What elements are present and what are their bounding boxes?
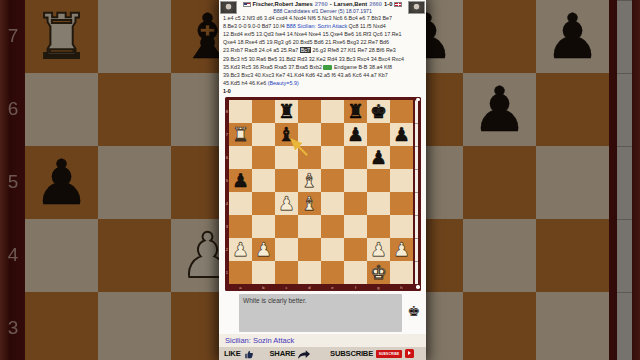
comment-section: White is clearly better. ♚	[219, 291, 426, 334]
square-a6	[229, 146, 252, 169]
move-line: Qxe4 18.Rxe4 d5 19.Rg3 g6 20.Bxd5 Bd6 21…	[223, 38, 424, 46]
square-g3	[367, 215, 390, 238]
square-f5	[344, 169, 367, 192]
square-g2: ♟	[367, 238, 390, 261]
piece-bP-f7: ♟	[347, 125, 364, 144]
square-c1	[275, 261, 298, 284]
rank-label-8: 8	[225, 100, 229, 123]
evaluation-bar	[415, 100, 418, 284]
square-b5	[252, 169, 275, 192]
move-text: (Beauty=5.9)	[268, 80, 299, 86]
square-h3	[390, 215, 413, 238]
move-list: 1.e4 c5 2.Nf3 d6 3.d4 cxd4 4.Nxd4 Nf6 5.…	[223, 14, 424, 97]
square-b6	[252, 146, 275, 169]
cta-bar: LIKE SHARE SUBSCRIBE SUBSCRIBE	[219, 347, 426, 360]
move-text: 23.Rxb7 Rac8 24.c4 a5 25.Ra7	[223, 47, 300, 53]
subscribe-button[interactable]: SUBSCRIBE	[376, 350, 402, 358]
square-e8	[321, 100, 344, 123]
eval-bar-top-dot	[416, 98, 419, 101]
piece-wB-d4: ♝	[301, 194, 318, 213]
move-line: 39.Bc3 Bxc3 40.Kxc3 Ke7 41.Kd4 Kd6 42.a5…	[223, 71, 424, 79]
square-d3	[298, 215, 321, 238]
file-label-f: f	[344, 285, 367, 291]
youtube-icon[interactable]	[405, 349, 414, 358]
piece-bR-f8: ♜	[347, 102, 364, 121]
square-h7: ♟	[390, 123, 413, 146]
move-line: 1.e4 c5 2.Nf3 d6 3.d4 cxd4 4.Nxd4 Nf6 5.…	[223, 14, 424, 22]
rank-label-4: 4	[225, 192, 229, 215]
file-label-h: h	[390, 285, 413, 291]
game-header: Fischer,Robert James 2760 - Larsen,Bent …	[219, 0, 426, 13]
file-label-g: g	[367, 285, 390, 291]
move-line: 8.Be3 0-0 9.0-0 Bd7 10.f4 B88 Sicilian: …	[223, 22, 424, 30]
file-label-c: c	[275, 285, 298, 291]
black-king-icon: ♚	[407, 304, 420, 318]
chessboard-grid: ♜♜♚♜♝♟♟♟♟♝♟♝♟♟♟♟♚	[229, 100, 413, 284]
square-d5: ♝	[298, 169, 321, 192]
file-label-b: b	[252, 285, 275, 291]
move-text: 8.Be3 0-0 9.0-0 Bd7 10.f4	[223, 23, 286, 29]
square-d8	[298, 100, 321, 123]
players-line: Fischer,Robert James 2760 - Larsen,Bent …	[236, 1, 409, 7]
piece-wP-c4: ♟	[278, 194, 295, 213]
square-d1	[298, 261, 321, 284]
rank-label-3: 3	[225, 215, 229, 238]
file-label-d: d	[298, 285, 321, 291]
piece-bB-c7: ♝	[278, 125, 295, 144]
file-label-a: a	[229, 285, 252, 291]
square-e4	[321, 192, 344, 215]
square-f2	[344, 238, 367, 261]
move-line: 23.Rxb7 Rac8 24.c4 a5 25.Ra7 Bc7 26.g3 R…	[223, 46, 424, 54]
square-c5	[275, 169, 298, 192]
square-h6	[390, 146, 413, 169]
square-c7: ♝	[275, 123, 298, 146]
square-b2: ♟	[252, 238, 275, 261]
usa-flag-icon	[243, 2, 251, 7]
piece-wB-d5: ♝	[301, 171, 318, 190]
move-line: 12.Bxd4 exf5 13.Qd3 fxe4 14.Nxe4 Nxe4 15…	[223, 30, 424, 38]
square-e1	[321, 261, 344, 284]
square-f8: ♜	[344, 100, 367, 123]
move-text: Qxe4 18.Rxe4 d5 19.Rg3 g6 20.Bxd5 Bd6 21…	[223, 39, 389, 45]
subscribe-label[interactable]: SUBSCRIBE	[330, 349, 373, 358]
share-button[interactable]: SHARE	[270, 349, 296, 358]
chessboard: ♜♜♚♜♝♟♟♟♟♝♟♝♟♟♟♟♚ 87654321 abcdefgh	[225, 97, 421, 291]
piece-wK-g1: ♚	[370, 263, 387, 282]
square-c4: ♟	[275, 192, 298, 215]
square-g7	[367, 123, 390, 146]
move-text: 35.Kd3 Rc5 36.Rxa5 Rxa5 37.Bxa5 Bxb2	[223, 64, 323, 70]
players-separator: -	[330, 1, 332, 7]
piece-bK-g8: ♚	[370, 102, 387, 121]
move-line: 45.Kd5 h4 46.Ke6 (Beauty=5.9)	[223, 79, 424, 87]
square-a4	[229, 192, 252, 215]
square-g4	[367, 192, 390, 215]
game-result: 1-0	[384, 1, 392, 7]
square-h1	[390, 261, 413, 284]
square-b4	[252, 192, 275, 215]
square-h5	[390, 169, 413, 192]
square-e6	[321, 146, 344, 169]
square-c8: ♜	[275, 100, 298, 123]
move-text: 26.g3 Rfe8 27.Kf1 Re7 28.Bf6 Re3	[311, 47, 396, 53]
square-b3	[252, 215, 275, 238]
denmark-flag-icon	[394, 2, 402, 7]
square-h4	[390, 192, 413, 215]
square-f6	[344, 146, 367, 169]
file-label-e: e	[321, 285, 344, 291]
square-a7: ♜	[229, 123, 252, 146]
white-player-photo	[220, 1, 237, 14]
piece-wP-g2: ♟	[370, 240, 387, 259]
square-c6	[275, 146, 298, 169]
piece-bP-h7: ♟	[393, 125, 410, 144]
move-line: 1-0	[223, 87, 424, 95]
piece-wP-a2: ♟	[232, 240, 249, 259]
like-button[interactable]: LIKE	[224, 349, 241, 358]
square-a1	[229, 261, 252, 284]
move-text: Endgame B-B 38.a4 Kf8	[332, 64, 392, 70]
square-a5: ♟	[229, 169, 252, 192]
square-e5	[321, 169, 344, 192]
square-f7: ♟	[344, 123, 367, 146]
square-b8	[252, 100, 275, 123]
move-text: 12.Bxd4 exf5 13.Qd3 fxe4 14.Nxe4 Nxe4 15…	[223, 31, 402, 37]
move-text: 45.Kd5 h4 46.Ke6	[223, 80, 268, 86]
black-player-elo: 2660	[369, 1, 382, 7]
move-text: B88 Sicilian: Sozin Attack	[286, 23, 347, 29]
rank-label-5: 5	[225, 169, 229, 192]
move-text: 1.e4 c5 2.Nf3 d6 3.d4 cxd4 4.Nxd4 Nf6 5.…	[223, 15, 392, 21]
square-e2	[321, 238, 344, 261]
move-line: 35.Kd3 Rc5 36.Rxa5 Rxa5 37.Bxa5 Bxb2 End…	[223, 63, 424, 71]
square-b1	[252, 261, 275, 284]
square-g6: ♟	[367, 146, 390, 169]
black-player-name: Larsen,Bent	[334, 1, 368, 7]
square-e7	[321, 123, 344, 146]
square-g5	[367, 169, 390, 192]
piece-wP-b2: ♟	[255, 240, 272, 259]
comment-box: White is clearly better.	[239, 294, 402, 332]
rank-label-7: 7	[225, 123, 229, 146]
eval-bar-bottom-dot	[416, 285, 419, 288]
square-d2	[298, 238, 321, 261]
square-c2	[275, 238, 298, 261]
square-f4	[344, 192, 367, 215]
square-g1: ♚	[367, 261, 390, 284]
thumbs-up-icon[interactable]	[244, 345, 254, 360]
piece-bR-c8: ♜	[278, 102, 295, 121]
content-panel: Fischer,Robert James 2760 - Larsen,Bent …	[219, 0, 426, 360]
square-a3	[229, 215, 252, 238]
piece-bP-a5: ♟	[232, 171, 249, 190]
piece-wR-a7: ♜	[232, 125, 249, 144]
evaluation-comment: White is clearly better.	[239, 294, 402, 307]
move-text: 29.Bc3 h5 30.Ra6 Be5 31.Bd2 Rd3 32.Ke2 R…	[223, 56, 404, 62]
square-f1	[344, 261, 367, 284]
move-text: Qc8 11.f5 Nxd4	[347, 23, 386, 29]
rank-label-2: 2	[225, 238, 229, 261]
piece-bP-g6: ♟	[370, 148, 387, 167]
square-d7	[298, 123, 321, 146]
square-f3	[344, 215, 367, 238]
square-a2: ♟	[229, 238, 252, 261]
white-player-name: Fischer,Robert James	[253, 1, 313, 7]
square-c3	[275, 215, 298, 238]
square-a8	[229, 100, 252, 123]
square-d4: ♝	[298, 192, 321, 215]
move-text: 39.Bc3 Bxc3 40.Kxc3 Ke7 41.Kd4 Kd6 42.a5…	[223, 72, 388, 78]
square-d6	[298, 146, 321, 169]
square-e3	[321, 215, 344, 238]
square-h8	[390, 100, 413, 123]
square-g8: ♚	[367, 100, 390, 123]
white-player-elo: 2760	[315, 1, 328, 7]
share-arrow-icon[interactable]	[298, 345, 310, 360]
move-text: 1-0	[223, 88, 231, 94]
rank-label-6: 6	[225, 146, 229, 169]
move-line: 29.Bc3 h5 30.Ra6 Be5 31.Bd2 Rd3 32.Ke2 R…	[223, 55, 424, 63]
rank-label-1: 1	[225, 261, 229, 284]
square-h2: ♟	[390, 238, 413, 261]
square-b7	[252, 123, 275, 146]
current-move[interactable]: Bc7	[300, 47, 311, 53]
black-player-photo	[408, 1, 425, 14]
video-frame: 76543 ♜♜♚♜♝♟♟♟♟♝♟♝♟♟♟♟♚ Fischer,Robert J…	[0, 0, 640, 360]
piece-wP-h2: ♟	[393, 240, 410, 259]
